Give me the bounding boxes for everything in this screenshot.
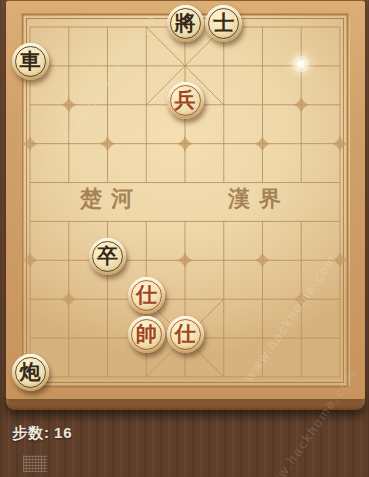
corner-watermark (23, 455, 47, 472)
board-lines (0, 0, 369, 477)
piece-black-chariot[interactable]: 車 (12, 43, 49, 80)
piece-red-general[interactable]: 帥 (128, 316, 165, 353)
piece-glyph: 仕 (128, 277, 165, 314)
piece-black-general[interactable]: 將 (167, 5, 204, 42)
step-counter: 步数:16 (12, 424, 73, 443)
piece-glyph: 卒 (89, 238, 126, 275)
piece-red-advisor[interactable]: 仕 (167, 316, 204, 353)
piece-red-soldier[interactable]: 兵 (167, 82, 204, 119)
app-screen: 楚河 漢界 將士車兵卒仕帥仕炮 步数:16 www.hackhome.com w… (0, 0, 369, 477)
piece-glyph: 將 (167, 5, 204, 42)
piece-black-advisor[interactable]: 士 (205, 5, 242, 42)
piece-black-cannon[interactable]: 炮 (12, 354, 49, 391)
river-label-left: 楚河 (80, 188, 142, 210)
piece-glyph: 帥 (128, 316, 165, 353)
piece-black-soldier[interactable]: 卒 (89, 238, 126, 275)
piece-glyph: 兵 (167, 82, 204, 119)
piece-glyph: 士 (205, 5, 242, 42)
river-label-right: 漢界 (228, 188, 290, 210)
step-counter-label: 步数: (12, 424, 50, 441)
piece-glyph: 炮 (12, 354, 49, 391)
piece-glyph: 仕 (167, 316, 204, 353)
piece-red-advisor[interactable]: 仕 (128, 277, 165, 314)
step-counter-value: 16 (54, 424, 73, 441)
piece-glyph: 車 (12, 43, 49, 80)
